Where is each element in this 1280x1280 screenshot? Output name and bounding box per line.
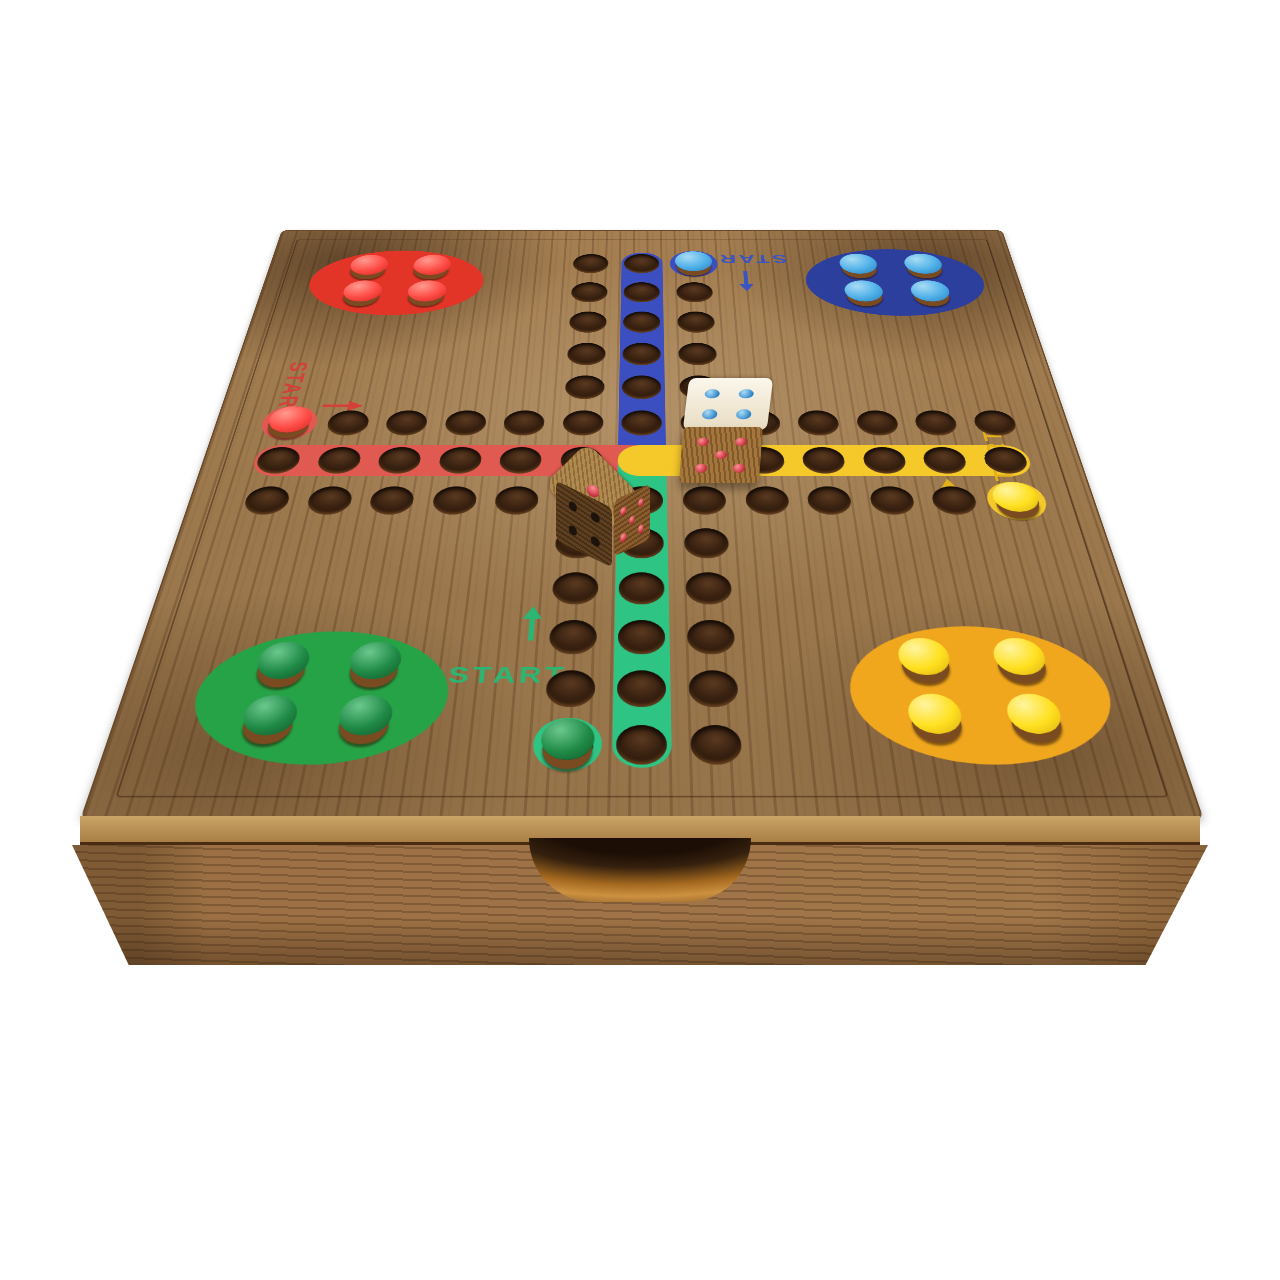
die-pip — [704, 389, 720, 398]
blue-peg-on-start[interactable] — [674, 251, 712, 271]
yellow-peg[interactable] — [990, 638, 1050, 675]
white-die[interactable] — [686, 378, 770, 483]
die-pip — [621, 532, 626, 543]
board-hole — [687, 620, 736, 654]
scene: START START START START — [80, 0, 1200, 1280]
blue-start-arrow-icon — [738, 271, 755, 292]
board-hole — [567, 343, 606, 365]
blue-peg[interactable] — [843, 280, 885, 301]
board-hole — [494, 486, 539, 514]
die-pip — [638, 497, 643, 508]
red-start-arrow-icon — [320, 401, 364, 411]
blue-peg[interactable] — [902, 254, 944, 274]
board-hole — [562, 410, 603, 435]
green-peg[interactable] — [347, 641, 404, 678]
board-hole — [684, 528, 729, 558]
ludo-box-photo: START START START START — [0, 0, 1280, 1280]
die-pip — [733, 464, 746, 472]
yellow-peg[interactable] — [895, 638, 952, 675]
board-hole — [913, 410, 959, 435]
green-peg[interactable] — [254, 641, 314, 678]
green-peg[interactable] — [336, 695, 396, 735]
blue-home-circle — [801, 249, 994, 316]
die-pip — [591, 511, 599, 524]
die-pip — [621, 505, 626, 516]
white-die-front-face — [679, 427, 763, 483]
board-hole — [690, 725, 742, 765]
yellow-peg[interactable] — [1003, 693, 1066, 733]
green-peg[interactable] — [239, 695, 301, 735]
die-pip — [569, 524, 577, 537]
blue-peg[interactable] — [838, 254, 879, 274]
board-hole — [548, 620, 597, 654]
die-pip — [695, 464, 708, 472]
board-hole — [855, 410, 900, 435]
die-pip — [702, 410, 718, 419]
die-pip — [735, 410, 751, 419]
board-hole — [565, 376, 605, 400]
die-pip — [638, 524, 643, 535]
board-hole — [677, 312, 715, 333]
red-peg[interactable] — [406, 280, 448, 301]
die-pip — [569, 500, 577, 513]
green-home-circle — [176, 631, 456, 764]
red-peg[interactable] — [348, 255, 390, 275]
board-hole — [678, 343, 717, 365]
board-hole — [325, 410, 371, 435]
board-hole — [503, 410, 546, 435]
finger-notch[interactable] — [529, 838, 751, 902]
yellow-home-circle — [841, 626, 1131, 764]
white-die-top-face — [683, 378, 773, 430]
board-hole — [676, 282, 713, 302]
board-hole — [569, 312, 607, 333]
die-pip — [735, 437, 748, 445]
board-hole — [552, 572, 599, 604]
board-hole — [685, 572, 732, 604]
board-hole — [545, 670, 596, 707]
board-hole — [444, 410, 488, 435]
board-hole — [431, 486, 478, 514]
red-peg[interactable] — [341, 280, 384, 301]
board-hole — [688, 670, 739, 707]
die-pip — [696, 437, 709, 445]
board-hole — [618, 620, 666, 654]
green-start-arrow-icon — [521, 606, 543, 642]
die-pip — [715, 451, 728, 459]
board-hole — [868, 486, 916, 514]
board-hole — [683, 486, 727, 514]
board-hole — [384, 410, 429, 435]
red-home-circle — [300, 251, 488, 315]
board-hole — [571, 282, 608, 302]
blue-peg[interactable] — [909, 280, 952, 301]
red-peg[interactable] — [411, 255, 452, 275]
board-hole — [573, 254, 609, 273]
die-pip — [629, 514, 634, 525]
wooden-die[interactable] — [554, 452, 650, 548]
die-pip — [738, 389, 754, 398]
yellow-peg[interactable] — [905, 693, 965, 733]
board-hole — [744, 486, 789, 514]
board-hole — [930, 486, 979, 514]
board-hole — [797, 410, 841, 435]
board-hole — [806, 486, 853, 514]
die-pip — [591, 535, 599, 548]
board-hole — [242, 486, 293, 514]
board-hole — [368, 486, 416, 514]
board-hole — [305, 486, 354, 514]
